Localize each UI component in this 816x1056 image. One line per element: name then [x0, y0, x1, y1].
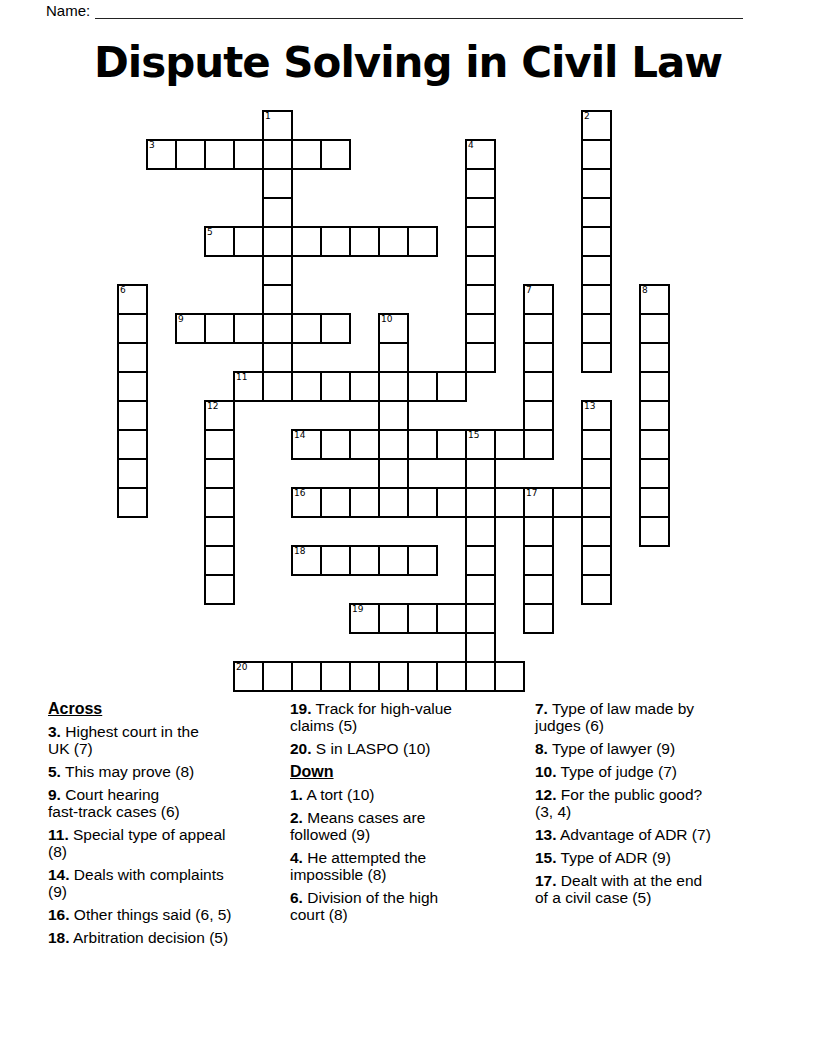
clue-1: 1. A tort (10)	[290, 786, 522, 803]
grid-cell-r13c13[interactable]	[494, 487, 525, 518]
cell-number-16: 16	[294, 489, 305, 498]
grid-cell-r4c5[interactable]	[262, 226, 293, 257]
clue-13: 13. Advantage of ADR (7)	[535, 826, 775, 843]
grid-cell-r2c5[interactable]	[262, 168, 293, 199]
grid-cell-r11c14[interactable]	[523, 429, 554, 460]
grid-cell-r7c3[interactable]	[204, 313, 235, 344]
grid-cell-r6c5[interactable]	[262, 284, 293, 315]
grid-cell-r13c3[interactable]	[204, 487, 235, 518]
cell-number-10: 10	[381, 315, 392, 324]
clue-column-1: Across 3. Highest court in the UK (7)5. …	[48, 700, 288, 952]
cell-number-12: 12	[207, 402, 218, 411]
across-clues-part2: 19. Track for high-value claims (5)20. S…	[290, 700, 522, 757]
grid-cell-r8c12[interactable]	[465, 342, 496, 373]
grid-cell-r8c5[interactable]	[262, 342, 293, 373]
grid-cell-r13c9[interactable]	[378, 487, 409, 518]
clue-5: 5. This may prove (8)	[48, 763, 288, 780]
grid-cell-r19c9[interactable]	[378, 661, 409, 692]
grid-cell-r2c16[interactable]	[581, 168, 612, 199]
cell-number-17: 17	[526, 489, 537, 498]
grid-cell-r9c9[interactable]	[378, 371, 409, 402]
clue-20: 20. S in LASPO (10)	[290, 740, 522, 757]
grid-cell-r16c16[interactable]	[581, 574, 612, 605]
clue-11: 11. Special type of appeal (8)	[48, 826, 288, 860]
clue-14: 14. Deals with complaints (9)	[48, 866, 288, 900]
grid-cell-r5c5[interactable]	[262, 255, 293, 286]
grid-cell-r11c0[interactable]	[117, 429, 148, 460]
cell-number-2: 2	[584, 112, 590, 121]
page-title: Dispute Solving in Civil Law	[0, 37, 816, 89]
cell-number-9: 9	[178, 315, 184, 324]
grid-cell-r11c11[interactable]	[436, 429, 467, 460]
grid-cell-r1c3[interactable]	[204, 139, 235, 170]
grid-cell-r9c6[interactable]	[291, 371, 322, 402]
cell-number-14: 14	[294, 431, 305, 440]
grid-cell-r11c10[interactable]	[407, 429, 438, 460]
grid-cell-r15c10[interactable]	[407, 545, 438, 576]
grid-cell-r4c10[interactable]	[407, 226, 438, 257]
across-clues-part1: 3. Highest court in the UK (7)5. This ma…	[48, 723, 288, 946]
grid-cell-r7c4[interactable]	[233, 313, 264, 344]
grid-cell-r11c9[interactable]	[378, 429, 409, 460]
grid-cell-r19c10[interactable]	[407, 661, 438, 692]
grid-cell-r5c12[interactable]	[465, 255, 496, 286]
grid-cell-r4c8[interactable]	[349, 226, 380, 257]
grid-cell-r3c16[interactable]	[581, 197, 612, 228]
down-clues-part1: 1. A tort (10)2. Means cases are followe…	[290, 786, 522, 923]
cell-number-19: 19	[352, 605, 363, 614]
grid-cell-r7c0[interactable]	[117, 313, 148, 344]
grid-cell-r19c8[interactable]	[349, 661, 380, 692]
cell-number-8: 8	[642, 286, 648, 295]
grid-cell-r15c8[interactable]	[349, 545, 380, 576]
grid-cell-r8c14[interactable]	[523, 342, 554, 373]
grid-cell-r19c6[interactable]	[291, 661, 322, 692]
name-input-line[interactable]	[95, 1, 743, 19]
grid-cell-r14c3[interactable]	[204, 516, 235, 547]
grid-cell-r9c5[interactable]	[262, 371, 293, 402]
grid-cell-r4c9[interactable]	[378, 226, 409, 257]
grid-cell-r9c18[interactable]	[639, 371, 670, 402]
grid-cell-r4c7[interactable]	[320, 226, 351, 257]
grid-cell-r11c7[interactable]	[320, 429, 351, 460]
grid-cell-r15c3[interactable]	[204, 545, 235, 576]
grid-cell-r4c4[interactable]	[233, 226, 264, 257]
grid-cell-r3c5[interactable]	[262, 197, 293, 228]
grid-cell-r19c7[interactable]	[320, 661, 351, 692]
worksheet-page: Name: Dispute Solving in Civil Law 12345…	[0, 0, 816, 1056]
clue-15: 15. Type of ADR (9)	[535, 849, 775, 866]
grid-cell-r10c18[interactable]	[639, 400, 670, 431]
clue-16: 16. Other things said (6, 5)	[48, 906, 288, 923]
grid-cell-r9c10[interactable]	[407, 371, 438, 402]
grid-cell-r8c0[interactable]	[117, 342, 148, 373]
grid-cell-r15c7[interactable]	[320, 545, 351, 576]
grid-cell-r19c12[interactable]	[465, 661, 496, 692]
grid-cell-r8c9[interactable]	[378, 342, 409, 373]
clue-4: 4. He attempted the impossible (8)	[290, 849, 522, 883]
grid-cell-r8c18[interactable]	[639, 342, 670, 373]
grid-cell-r12c3[interactable]	[204, 458, 235, 489]
crossword-grid: 1234567891011121314151617181920	[117, 110, 670, 692]
grid-cell-r7c5[interactable]	[262, 313, 293, 344]
cell-number-7: 7	[526, 286, 532, 295]
grid-cell-r4c12[interactable]	[465, 226, 496, 257]
grid-cell-r9c7[interactable]	[320, 371, 351, 402]
clue-10: 10. Type of judge (7)	[535, 763, 775, 780]
clue-12: 12. For the public good? (3, 4)	[535, 786, 775, 820]
grid-cell-r6c16[interactable]	[581, 284, 612, 315]
grid-cell-r12c18[interactable]	[639, 458, 670, 489]
grid-cell-r13c12[interactable]	[465, 487, 496, 518]
grid-cell-r1c7[interactable]	[320, 139, 351, 170]
grid-cell-r1c5[interactable]	[262, 139, 293, 170]
clue-9: 9. Court hearing fast-track cases (6)	[48, 786, 288, 820]
grid-cell-r13c18[interactable]	[639, 487, 670, 518]
grid-cell-r19c11[interactable]	[436, 661, 467, 692]
grid-cell-r11c13[interactable]	[494, 429, 525, 460]
clue-3: 3. Highest court in the UK (7)	[48, 723, 288, 757]
cell-number-20: 20	[236, 663, 247, 672]
grid-cell-r11c8[interactable]	[349, 429, 380, 460]
cell-number-15: 15	[468, 431, 479, 440]
cell-number-3: 3	[149, 141, 155, 150]
grid-cell-r1c6[interactable]	[291, 139, 322, 170]
grid-cell-r18c12[interactable]	[465, 632, 496, 663]
grid-cell-r15c12[interactable]	[465, 545, 496, 576]
clue-7: 7. Type of law made by judges (6)	[535, 700, 775, 734]
grid-cell-r15c9[interactable]	[378, 545, 409, 576]
down-header: Down	[290, 763, 522, 781]
grid-cell-r9c14[interactable]	[523, 371, 554, 402]
grid-cell-r7c14[interactable]	[523, 313, 554, 344]
grid-cell-r11c18[interactable]	[639, 429, 670, 460]
grid-cell-r13c16[interactable]	[581, 487, 612, 518]
grid-cell-r9c11[interactable]	[436, 371, 467, 402]
grid-cell-r10c14[interactable]	[523, 400, 554, 431]
grid-cell-r7c16[interactable]	[581, 313, 612, 344]
cell-number-18: 18	[294, 547, 305, 556]
cell-number-4: 4	[468, 141, 474, 150]
grid-cell-r13c8[interactable]	[349, 487, 380, 518]
grid-cell-r3c12[interactable]	[465, 197, 496, 228]
cell-number-11: 11	[236, 373, 247, 382]
grid-cell-r14c14[interactable]	[523, 516, 554, 547]
clue-19: 19. Track for high-value claims (5)	[290, 700, 522, 734]
grid-cell-r16c12[interactable]	[465, 574, 496, 605]
grid-cell-r10c0[interactable]	[117, 400, 148, 431]
clue-8: 8. Type of lawyer (9)	[535, 740, 775, 757]
cell-number-6: 6	[120, 286, 126, 295]
clue-18: 18. Arbitration decision (5)	[48, 929, 288, 946]
grid-cell-r16c3[interactable]	[204, 574, 235, 605]
grid-cell-r8c16[interactable]	[581, 342, 612, 373]
grid-cell-r12c16[interactable]	[581, 458, 612, 489]
clue-2: 2. Means cases are followed (9)	[290, 809, 522, 843]
grid-cell-r14c16[interactable]	[581, 516, 612, 547]
grid-cell-r7c18[interactable]	[639, 313, 670, 344]
grid-cell-r15c14[interactable]	[523, 545, 554, 576]
grid-cell-r9c0[interactable]	[117, 371, 148, 402]
grid-cell-r13c10[interactable]	[407, 487, 438, 518]
grid-cell-r13c0[interactable]	[117, 487, 148, 518]
grid-cell-r6c12[interactable]	[465, 284, 496, 315]
grid-cell-r2c12[interactable]	[465, 168, 496, 199]
grid-cell-r19c5[interactable]	[262, 661, 293, 692]
grid-cell-r7c12[interactable]	[465, 313, 496, 344]
grid-cell-r12c0[interactable]	[117, 458, 148, 489]
grid-cell-r4c16[interactable]	[581, 226, 612, 257]
grid-cell-r12c9[interactable]	[378, 458, 409, 489]
clue-column-2: 19. Track for high-value claims (5)20. S…	[290, 700, 522, 929]
grid-cell-r17c12[interactable]	[465, 603, 496, 634]
grid-cell-r15c16[interactable]	[581, 545, 612, 576]
grid-cell-r19c13[interactable]	[494, 661, 525, 692]
cell-number-1: 1	[265, 112, 271, 121]
grid-cell-r17c14[interactable]	[523, 603, 554, 634]
grid-cell-r5c16[interactable]	[581, 255, 612, 286]
grid-cell-r10c9[interactable]	[378, 400, 409, 431]
cell-number-5: 5	[207, 228, 213, 237]
name-label: Name:	[46, 2, 90, 20]
grid-cell-r4c6[interactable]	[291, 226, 322, 257]
cell-number-13: 13	[584, 402, 595, 411]
grid-cell-r16c14[interactable]	[523, 574, 554, 605]
clue-column-3: 7. Type of law made by judges (6)8. Type…	[535, 700, 775, 912]
grid-cell-r14c12[interactable]	[465, 516, 496, 547]
grid-cell-r14c18[interactable]	[639, 516, 670, 547]
down-clues-part2: 7. Type of law made by judges (6)8. Type…	[535, 700, 775, 906]
grid-cell-r13c11[interactable]	[436, 487, 467, 518]
grid-cell-r11c3[interactable]	[204, 429, 235, 460]
grid-cell-r13c15[interactable]	[552, 487, 583, 518]
grid-cell-r9c8[interactable]	[349, 371, 380, 402]
clue-6: 6. Division of the high court (8)	[290, 889, 522, 923]
clue-17: 17. Dealt with at the end of a civil cas…	[535, 872, 775, 906]
grid-cell-r1c16[interactable]	[581, 139, 612, 170]
grid-cell-r12c12[interactable]	[465, 458, 496, 489]
grid-cell-r7c6[interactable]	[291, 313, 322, 344]
grid-cell-r13c7[interactable]	[320, 487, 351, 518]
grid-cell-r17c9[interactable]	[378, 603, 409, 634]
grid-cell-r17c10[interactable]	[407, 603, 438, 634]
grid-cell-r1c4[interactable]	[233, 139, 264, 170]
grid-cell-r1c2[interactable]	[175, 139, 206, 170]
across-header: Across	[48, 700, 288, 718]
grid-cell-r17c11[interactable]	[436, 603, 467, 634]
grid-cell-r11c16[interactable]	[581, 429, 612, 460]
grid-cell-r7c7[interactable]	[320, 313, 351, 344]
